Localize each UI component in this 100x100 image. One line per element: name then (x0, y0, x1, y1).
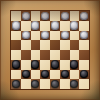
square-r3c8[interactable] (79, 31, 89, 41)
square-r6c6[interactable] (60, 60, 70, 70)
square-r7c3[interactable] (31, 70, 41, 80)
black-piece[interactable] (51, 80, 59, 88)
square-r2c4[interactable] (40, 21, 50, 31)
white-piece[interactable] (80, 31, 88, 39)
square-r4c7[interactable] (70, 40, 80, 50)
square-r5c4[interactable] (40, 50, 50, 60)
square-r2c3[interactable] (31, 21, 41, 31)
square-r5c7[interactable] (70, 50, 80, 60)
black-piece[interactable] (80, 70, 88, 78)
square-r4c3[interactable] (31, 40, 41, 50)
square-r2c5[interactable] (50, 21, 60, 31)
white-piece[interactable] (41, 31, 49, 39)
square-r6c1[interactable] (11, 60, 21, 70)
black-piece[interactable] (31, 80, 39, 88)
square-r4c8[interactable] (79, 40, 89, 50)
white-piece[interactable] (12, 21, 20, 29)
square-r6c2[interactable] (21, 60, 31, 70)
black-piece[interactable] (70, 60, 78, 68)
white-piece[interactable] (80, 12, 88, 20)
black-piece[interactable] (31, 60, 39, 68)
square-r8c1[interactable] (11, 79, 21, 89)
square-r3c6[interactable] (60, 31, 70, 41)
square-r6c5[interactable] (50, 60, 60, 70)
square-r5c2[interactable] (21, 50, 31, 60)
black-piece[interactable] (22, 70, 30, 78)
black-piece[interactable] (51, 60, 59, 68)
white-piece[interactable] (61, 12, 69, 20)
square-r6c3[interactable] (31, 60, 41, 70)
square-r5c8[interactable] (79, 50, 89, 60)
square-r7c8[interactable] (79, 70, 89, 80)
square-r7c1[interactable] (11, 70, 21, 80)
square-r2c7[interactable] (70, 21, 80, 31)
square-r3c4[interactable] (40, 31, 50, 41)
square-r8c4[interactable] (40, 79, 50, 89)
white-piece[interactable] (51, 21, 59, 29)
white-piece[interactable] (22, 31, 30, 39)
square-r5c3[interactable] (31, 50, 41, 60)
square-r4c5[interactable] (50, 40, 60, 50)
square-r5c6[interactable] (60, 50, 70, 60)
square-r1c1[interactable] (11, 11, 21, 21)
square-r6c8[interactable] (79, 60, 89, 70)
white-piece[interactable] (31, 21, 39, 29)
square-r1c3[interactable] (31, 11, 41, 21)
square-r8c3[interactable] (31, 79, 41, 89)
black-piece[interactable] (12, 60, 20, 68)
square-r3c5[interactable] (50, 31, 60, 41)
square-r6c4[interactable] (40, 60, 50, 70)
square-r1c4[interactable] (40, 11, 50, 21)
square-r5c1[interactable] (11, 50, 21, 60)
white-piece[interactable] (70, 21, 78, 29)
square-r1c6[interactable] (60, 11, 70, 21)
square-r7c4[interactable] (40, 70, 50, 80)
square-r7c6[interactable] (60, 70, 70, 80)
square-r1c7[interactable] (70, 11, 80, 21)
square-r2c8[interactable] (79, 21, 89, 31)
square-r4c1[interactable] (11, 40, 21, 50)
square-r1c2[interactable] (21, 11, 31, 21)
square-r3c3[interactable] (31, 31, 41, 41)
square-r8c2[interactable] (21, 79, 31, 89)
square-r3c2[interactable] (21, 31, 31, 41)
square-r3c7[interactable] (70, 31, 80, 41)
black-piece[interactable] (12, 80, 20, 88)
white-piece[interactable] (22, 12, 30, 20)
square-r4c2[interactable] (21, 40, 31, 50)
square-r8c7[interactable] (70, 79, 80, 89)
black-piece[interactable] (70, 80, 78, 88)
square-r2c2[interactable] (21, 21, 31, 31)
square-r8c6[interactable] (60, 79, 70, 89)
wooden-frame (0, 0, 100, 100)
square-r7c2[interactable] (21, 70, 31, 80)
black-piece[interactable] (61, 70, 69, 78)
white-piece[interactable] (61, 31, 69, 39)
square-r4c4[interactable] (40, 40, 50, 50)
square-r2c6[interactable] (60, 21, 70, 31)
square-r5c5[interactable] (50, 50, 60, 60)
square-r4c6[interactable] (60, 40, 70, 50)
square-r8c8[interactable] (79, 79, 89, 89)
square-r8c5[interactable] (50, 79, 60, 89)
checkers-board (11, 11, 89, 89)
black-piece[interactable] (41, 70, 49, 78)
square-r6c7[interactable] (70, 60, 80, 70)
white-piece[interactable] (41, 12, 49, 20)
square-r2c1[interactable] (11, 21, 21, 31)
square-r3c1[interactable] (11, 31, 21, 41)
square-r1c8[interactable] (79, 11, 89, 21)
square-r7c7[interactable] (70, 70, 80, 80)
square-r7c5[interactable] (50, 70, 60, 80)
square-r1c5[interactable] (50, 11, 60, 21)
